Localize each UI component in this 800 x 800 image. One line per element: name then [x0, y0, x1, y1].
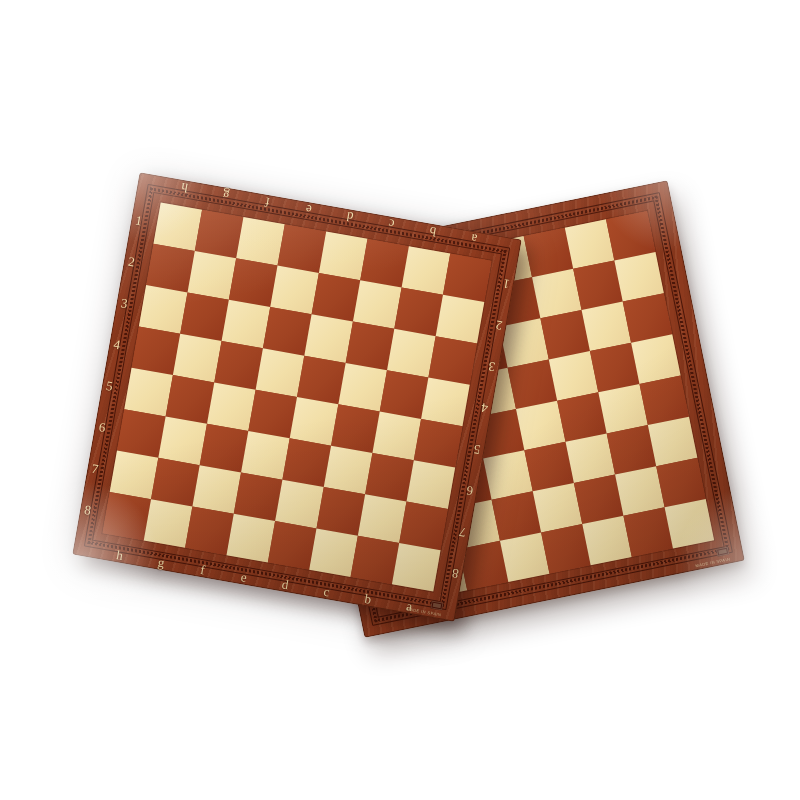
square-f5	[207, 382, 256, 431]
square-b7	[358, 494, 407, 543]
square-d2	[312, 273, 361, 322]
square-g8	[144, 499, 193, 548]
square-c8	[309, 528, 358, 577]
square-e8	[226, 514, 275, 563]
square-e3	[263, 307, 312, 356]
square-g2	[188, 251, 237, 300]
square-e5	[248, 390, 297, 439]
square-f6	[200, 424, 249, 473]
square-c2	[353, 280, 402, 329]
square-h4	[132, 326, 181, 375]
square-b6	[365, 453, 414, 502]
square-d5	[290, 397, 339, 446]
square-a4	[421, 378, 470, 427]
square-f4	[214, 341, 263, 390]
square-d4	[297, 356, 346, 405]
square-a1	[443, 253, 492, 302]
square-a8	[392, 543, 441, 592]
square-g1	[195, 210, 244, 259]
square-h5	[124, 368, 173, 417]
square-e7	[234, 472, 283, 521]
square-b2	[394, 288, 443, 337]
square-b3	[387, 329, 436, 378]
maker-logo	[430, 600, 443, 610]
square-d7	[275, 480, 324, 529]
square-f8	[185, 506, 234, 555]
square-h6	[117, 409, 166, 458]
square-c4	[338, 363, 387, 412]
square-c3	[346, 322, 395, 371]
square-c7	[316, 487, 365, 536]
square-a3	[428, 336, 477, 385]
square-c5	[331, 404, 380, 453]
square-d3	[304, 314, 353, 363]
square-h3	[139, 285, 188, 334]
square-e1	[278, 224, 327, 273]
square-d6	[282, 438, 331, 487]
square-f2	[229, 258, 278, 307]
square-g6	[158, 416, 207, 465]
square-h2	[146, 244, 195, 293]
square-h1	[153, 202, 202, 251]
square-f7	[192, 465, 241, 514]
square-b8	[351, 536, 400, 585]
square-e2	[270, 266, 319, 315]
square-b1	[402, 246, 451, 295]
square-g4	[173, 334, 222, 383]
front-board-shadow-wrapper: hgfedcba hgfedcba 12345678 12345678 MADE…	[0, 0, 800, 800]
square-d8	[268, 521, 317, 570]
square-a5	[414, 419, 463, 468]
square-f1	[236, 217, 285, 266]
product-photo-canvas: MADE IN SPAIN hgfedcba hgfedcba 12345678…	[0, 0, 800, 800]
square-e4	[256, 348, 305, 397]
square-c1	[360, 239, 409, 288]
square-g5	[166, 375, 215, 424]
square-a2	[436, 295, 485, 344]
square-c6	[324, 446, 373, 495]
square-b5	[372, 412, 421, 461]
square-e6	[241, 431, 290, 480]
chessboard-front: hgfedcba hgfedcba 12345678 12345678 MADE…	[72, 172, 521, 621]
square-g7	[151, 458, 200, 507]
square-a6	[406, 460, 455, 509]
square-h7	[110, 451, 159, 500]
square-d1	[319, 232, 368, 281]
square-g3	[180, 292, 229, 341]
square-b4	[380, 370, 429, 419]
square-f3	[222, 300, 271, 349]
square-h8	[102, 492, 151, 541]
square-a7	[399, 502, 448, 551]
playing-field-front	[102, 202, 491, 591]
